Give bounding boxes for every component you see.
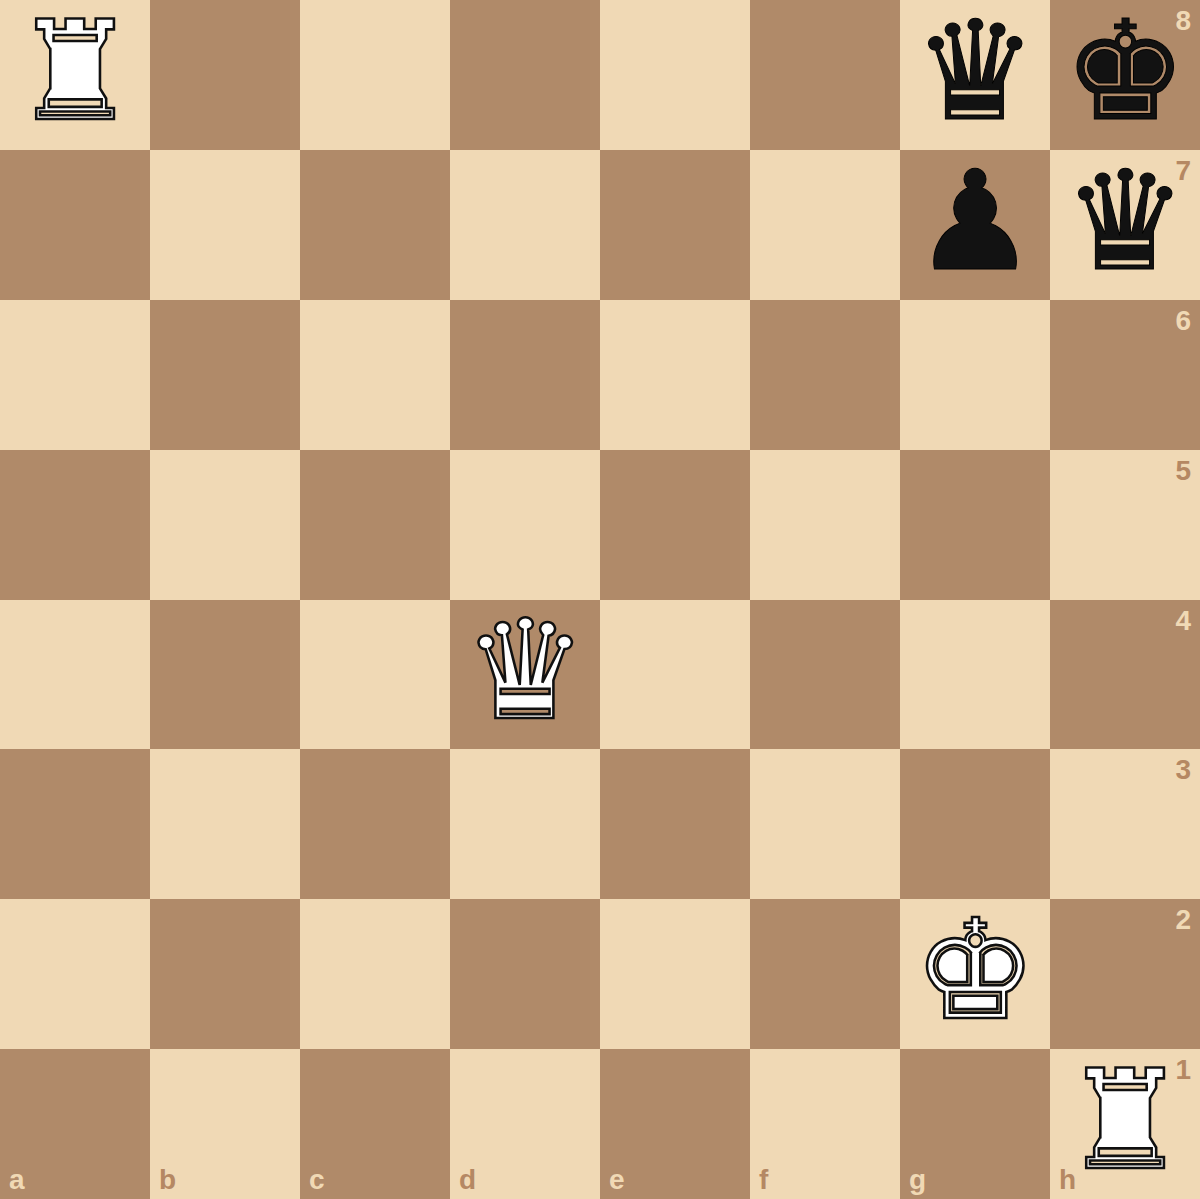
rank-label-8: 8	[1175, 7, 1191, 35]
square-f4[interactable]	[750, 600, 900, 750]
rank-label-6: 6	[1175, 307, 1191, 335]
square-c8[interactable]	[300, 0, 450, 150]
square-e3[interactable]	[600, 749, 750, 899]
square-e5[interactable]	[600, 450, 750, 600]
square-g5[interactable]	[900, 450, 1050, 600]
square-d6[interactable]	[450, 300, 600, 450]
square-c4[interactable]	[300, 600, 450, 750]
square-b1[interactable]: b	[150, 1049, 300, 1199]
square-b6[interactable]	[150, 300, 300, 450]
square-g7[interactable]: ♟	[900, 150, 1050, 300]
rank-label-5: 5	[1175, 457, 1191, 485]
rank-label-1: 1	[1175, 1056, 1191, 1084]
square-d2[interactable]	[450, 899, 600, 1049]
square-e8[interactable]	[600, 0, 750, 150]
square-c5[interactable]	[300, 450, 450, 600]
square-g1[interactable]: g	[900, 1049, 1050, 1199]
square-c3[interactable]	[300, 749, 450, 899]
square-g4[interactable]	[900, 600, 1050, 750]
black-queen[interactable]: ♛	[1063, 153, 1187, 291]
chess-board: ♜♛8♚♟7♛65♛43♚2abcdefg1h♜	[0, 0, 1200, 1199]
square-a8[interactable]: ♜	[0, 0, 150, 150]
white-rook[interactable]: ♜	[1063, 1052, 1187, 1190]
square-a4[interactable]	[0, 600, 150, 750]
square-a3[interactable]	[0, 749, 150, 899]
square-h6[interactable]: 6	[1050, 300, 1200, 450]
file-label-d: d	[459, 1166, 476, 1194]
square-a5[interactable]	[0, 450, 150, 600]
file-label-c: c	[309, 1166, 325, 1194]
square-f7[interactable]	[750, 150, 900, 300]
square-c7[interactable]	[300, 150, 450, 300]
square-g6[interactable]	[900, 300, 1050, 450]
square-h2[interactable]: 2	[1050, 899, 1200, 1049]
square-h1[interactable]: 1h♜	[1050, 1049, 1200, 1199]
file-label-f: f	[759, 1166, 768, 1194]
file-label-e: e	[609, 1166, 625, 1194]
square-f2[interactable]	[750, 899, 900, 1049]
black-king[interactable]: ♚	[1063, 3, 1187, 141]
square-f3[interactable]	[750, 749, 900, 899]
square-c1[interactable]: c	[300, 1049, 450, 1199]
square-d4[interactable]: ♛	[450, 600, 600, 750]
file-label-g: g	[909, 1166, 926, 1194]
square-h4[interactable]: 4	[1050, 600, 1200, 750]
square-b8[interactable]	[150, 0, 300, 150]
rank-label-4: 4	[1175, 607, 1191, 635]
square-a7[interactable]	[0, 150, 150, 300]
square-d1[interactable]: d	[450, 1049, 600, 1199]
square-f6[interactable]	[750, 300, 900, 450]
square-c6[interactable]	[300, 300, 450, 450]
square-d5[interactable]	[450, 450, 600, 600]
square-d3[interactable]	[450, 749, 600, 899]
square-h5[interactable]: 5	[1050, 450, 1200, 600]
square-f1[interactable]: f	[750, 1049, 900, 1199]
square-d8[interactable]	[450, 0, 600, 150]
white-rook[interactable]: ♜	[13, 3, 137, 141]
square-e4[interactable]	[600, 600, 750, 750]
white-king[interactable]: ♚	[913, 902, 1037, 1040]
file-label-h: h	[1059, 1166, 1076, 1194]
square-a6[interactable]	[0, 300, 150, 450]
square-b7[interactable]	[150, 150, 300, 300]
square-g8[interactable]: ♛	[900, 0, 1050, 150]
square-c2[interactable]	[300, 899, 450, 1049]
square-g2[interactable]: ♚	[900, 899, 1050, 1049]
file-label-a: a	[9, 1166, 25, 1194]
square-e2[interactable]	[600, 899, 750, 1049]
square-g3[interactable]	[900, 749, 1050, 899]
white-queen[interactable]: ♛	[463, 602, 587, 740]
square-e6[interactable]	[600, 300, 750, 450]
square-f8[interactable]	[750, 0, 900, 150]
square-d7[interactable]	[450, 150, 600, 300]
square-h3[interactable]: 3	[1050, 749, 1200, 899]
square-b2[interactable]	[150, 899, 300, 1049]
rank-label-7: 7	[1175, 157, 1191, 185]
square-h8[interactable]: 8♚	[1050, 0, 1200, 150]
black-queen[interactable]: ♛	[913, 3, 1037, 141]
file-label-b: b	[159, 1166, 176, 1194]
square-b5[interactable]	[150, 450, 300, 600]
square-a2[interactable]	[0, 899, 150, 1049]
square-b4[interactable]	[150, 600, 300, 750]
square-e7[interactable]	[600, 150, 750, 300]
square-h7[interactable]: 7♛	[1050, 150, 1200, 300]
square-f5[interactable]	[750, 450, 900, 600]
rank-label-3: 3	[1175, 756, 1191, 784]
black-pawn[interactable]: ♟	[913, 153, 1037, 291]
square-e1[interactable]: e	[600, 1049, 750, 1199]
rank-label-2: 2	[1175, 906, 1191, 934]
square-a1[interactable]: a	[0, 1049, 150, 1199]
square-b3[interactable]	[150, 749, 300, 899]
